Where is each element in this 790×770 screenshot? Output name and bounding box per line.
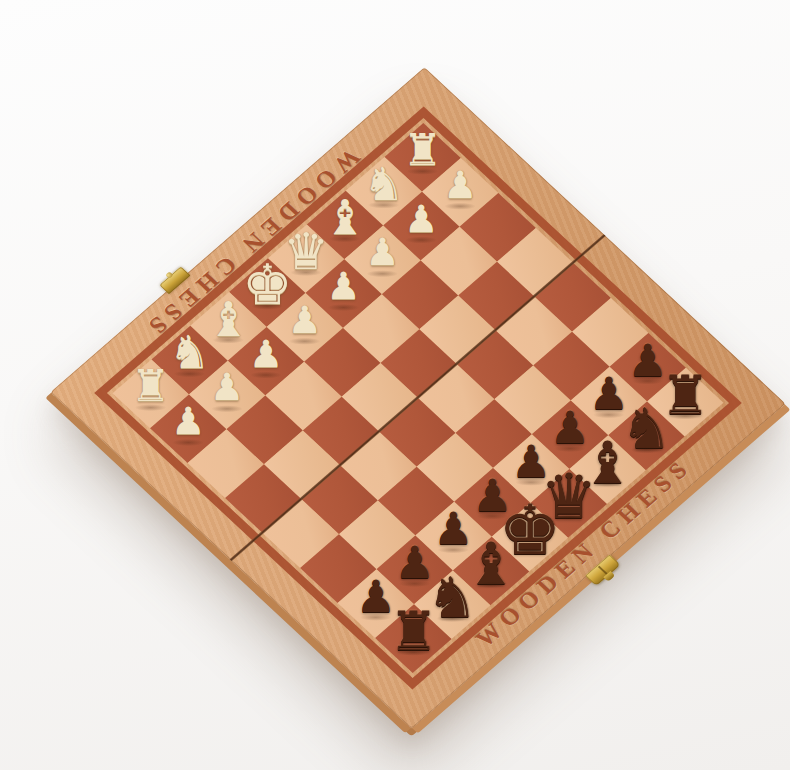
product-photo-background: WOODEN CHESS WOODEN CHESS ♜♞♝♚♛♝♞♜♟♟♟♟♟♟… bbox=[0, 0, 790, 770]
board-frame: WOODEN CHESS WOODEN CHESS ♜♞♝♚♛♝♞♜♟♟♟♟♟♟… bbox=[50, 67, 785, 729]
chessboard: WOODEN CHESS WOODEN CHESS ♜♞♝♚♛♝♞♜♟♟♟♟♟♟… bbox=[50, 67, 785, 729]
